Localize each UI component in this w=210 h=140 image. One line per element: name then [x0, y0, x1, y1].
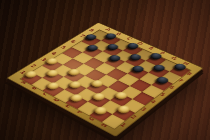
- checkers-board: ABCDEFGH ABCDEFGH 87654321 87654321: [36, 3, 176, 140]
- dark-piece-f8[interactable]: [149, 52, 164, 60]
- dark-piece-h6[interactable]: [155, 76, 171, 85]
- board-frame: ABCDEFGH ABCDEFGH 87654321 87654321: [6, 22, 203, 137]
- board-grid: [19, 30, 191, 130]
- dark-piece-h8[interactable]: [173, 62, 188, 71]
- light-piece-e3[interactable]: [89, 79, 105, 88]
- board-3d-plane: ABCDEFGH ABCDEFGH 87654321 87654321: [6, 22, 203, 137]
- light-piece-g3[interactable]: [113, 91, 129, 101]
- light-piece-f2[interactable]: [91, 92, 107, 102]
- wood-table-surface: ABCDEFGH ABCDEFGH 87654321 87654321: [0, 0, 210, 140]
